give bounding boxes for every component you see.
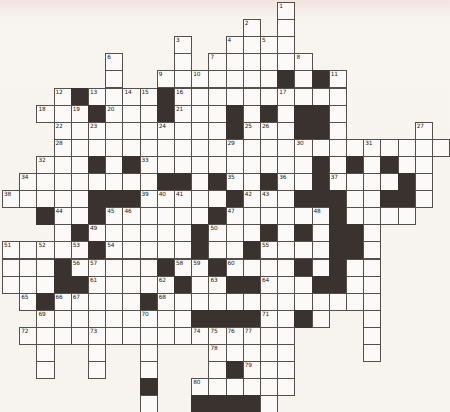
grid-cell-r2c13[interactable]: 4 — [226, 36, 244, 54]
grid-cell-r7c10[interactable] — [174, 122, 192, 140]
grid-cell-r8c16[interactable] — [277, 139, 295, 157]
grid-cell-r8c17[interactable]: 30 — [294, 139, 312, 157]
grid-cell-r8c15[interactable] — [260, 139, 278, 157]
grid-cell-r10c22[interactable] — [380, 173, 398, 191]
grid-cell-r10c16[interactable]: 36 — [277, 173, 295, 191]
grid-cell-r4c17[interactable] — [294, 70, 312, 88]
grid-cell-r4c11[interactable]: 10 — [191, 70, 209, 88]
grid-cell-r9c12[interactable] — [208, 156, 226, 174]
grid-cell-r10c8[interactable] — [140, 173, 158, 191]
grid-cell-r12c6[interactable]: 45 — [105, 207, 123, 225]
grid-cell-r17c5[interactable] — [88, 293, 106, 311]
grid-cell-r2c16[interactable] — [277, 36, 295, 54]
grid-cell-r15c21[interactable] — [363, 259, 381, 277]
grid-cell-r14c12[interactable] — [208, 241, 226, 259]
grid-cell-r17c9[interactable]: 68 — [157, 293, 175, 311]
grid-cell-r6c7[interactable] — [122, 105, 140, 123]
grid-cell-r19c11[interactable]: 74 — [191, 327, 209, 345]
grid-cell-r6c14[interactable] — [243, 105, 261, 123]
grid-cell-r8c12[interactable] — [208, 139, 226, 157]
grid-cell-r15c7[interactable] — [122, 259, 140, 277]
grid-cell-r12c13[interactable]: 47 — [226, 207, 244, 225]
grid-cell-r6c10[interactable]: 21 — [174, 105, 192, 123]
grid-cell-r17c10[interactable] — [174, 293, 192, 311]
grid-cell-r13c9[interactable] — [157, 224, 175, 242]
grid-cell-r14c6[interactable]: 54 — [105, 241, 123, 259]
grid-cell-r20c14[interactable] — [243, 344, 261, 362]
grid-cell-r20c16[interactable] — [277, 344, 295, 362]
grid-cell-r17c13[interactable] — [226, 293, 244, 311]
grid-cell-r9c17[interactable] — [294, 156, 312, 174]
grid-cell-r7c12[interactable] — [208, 122, 226, 140]
grid-cell-r12c22[interactable] — [380, 207, 398, 225]
grid-cell-r7c14[interactable]: 25 — [243, 122, 261, 140]
grid-cell-r13c6[interactable] — [105, 224, 123, 242]
grid-cell-r12c14[interactable] — [243, 207, 261, 225]
grid-cell-r12c17[interactable] — [294, 207, 312, 225]
grid-cell-r23c8[interactable] — [140, 395, 158, 412]
grid-cell-r15c11[interactable]: 59 — [191, 259, 209, 277]
grid-cell-r11c15[interactable]: 43 — [260, 190, 278, 208]
grid-cell-r14c18[interactable] — [312, 241, 330, 259]
grid-cell-r8c8[interactable] — [140, 139, 158, 157]
clue-number-12: 12 — [56, 89, 63, 96]
grid-cell-r9c21[interactable] — [363, 156, 381, 174]
grid-cell-r3c6[interactable]: 6 — [105, 53, 123, 71]
grid-cell-r17c4[interactable]: 67 — [71, 293, 89, 311]
grid-cell-r1c14[interactable]: 2 — [243, 19, 261, 37]
grid-cell-r14c9[interactable] — [157, 241, 175, 259]
grid-cell-r14c13[interactable] — [226, 241, 244, 259]
grid-cell-r21c2[interactable] — [36, 361, 54, 379]
grid-cell-r17c16[interactable] — [277, 293, 295, 311]
grid-cell-r4c6[interactable] — [105, 70, 123, 88]
grid-cell-r9c24[interactable] — [415, 156, 433, 174]
grid-cell-r11c14[interactable]: 42 — [243, 190, 261, 208]
grid-cell-r16c11[interactable] — [191, 276, 209, 294]
grid-cell-r16c12[interactable]: 63 — [208, 276, 226, 294]
grid-cell-r22c13[interactable] — [226, 378, 244, 396]
grid-cell-r2c10[interactable]: 3 — [174, 36, 192, 54]
grid-cell-r13c12[interactable]: 50 — [208, 224, 226, 242]
grid-cell-r3c13[interactable] — [226, 53, 244, 71]
grid-cell-r17c6[interactable] — [105, 293, 123, 311]
grid-cell-r18c21[interactable] — [363, 310, 381, 328]
grid-cell-r9c23[interactable] — [398, 156, 416, 174]
grid-cell-r8c19[interactable] — [329, 139, 347, 157]
grid-cell-r15c10[interactable]: 58 — [174, 259, 192, 277]
grid-cell-r13c18[interactable] — [312, 224, 330, 242]
grid-cell-r11c10[interactable]: 41 — [174, 190, 192, 208]
grid-cell-r18c5[interactable] — [88, 310, 106, 328]
grid-cell-r18c10[interactable] — [174, 310, 192, 328]
grid-cell-r11c2[interactable] — [36, 190, 54, 208]
grid-cell-r17c19[interactable] — [329, 293, 347, 311]
grid-cell-r21c14[interactable]: 79 — [243, 361, 261, 379]
grid-cell-r22c15[interactable] — [260, 378, 278, 396]
grid-cell-r19c21[interactable] — [363, 327, 381, 345]
grid-cell-r8c21[interactable]: 31 — [363, 139, 381, 157]
clue-number-40: 40 — [159, 191, 166, 198]
grid-cell-r13c21[interactable] — [363, 224, 381, 242]
grid-cell-r17c11[interactable] — [191, 293, 209, 311]
grid-cell-r6c11[interactable] — [191, 105, 209, 123]
grid-cell-r15c18[interactable] — [312, 259, 330, 277]
grid-cell-r7c6[interactable] — [105, 122, 123, 140]
grid-cell-r5c12[interactable] — [208, 88, 226, 106]
grid-cell-r13c14[interactable] — [243, 224, 261, 242]
grid-cell-r20c13[interactable] — [226, 344, 244, 362]
grid-cell-r15c13[interactable]: 60 — [226, 259, 244, 277]
grid-cell-r21c15[interactable] — [260, 361, 278, 379]
grid-cell-r12c15[interactable] — [260, 207, 278, 225]
grid-cell-r16c8[interactable] — [140, 276, 158, 294]
grid-cell-r6c6[interactable]: 20 — [105, 105, 123, 123]
grid-cell-r16c1[interactable] — [19, 276, 37, 294]
grid-cell-r21c12[interactable] — [208, 361, 226, 379]
grid-cell-r11c9[interactable]: 40 — [157, 190, 175, 208]
grid-cell-r8c24[interactable] — [415, 139, 433, 157]
grid-cell-r18c9[interactable] — [157, 310, 175, 328]
grid-cell-r22c14[interactable] — [243, 378, 261, 396]
grid-cell-r17c18[interactable] — [312, 293, 330, 311]
grid-cell-r12c10[interactable] — [174, 207, 192, 225]
grid-cell-r10c20[interactable] — [346, 173, 364, 191]
grid-cell-r19c15[interactable] — [260, 327, 278, 345]
grid-cell-r7c24[interactable]: 27 — [415, 122, 433, 140]
grid-cell-r8c23[interactable] — [398, 139, 416, 157]
grid-cell-r7c4[interactable] — [71, 122, 89, 140]
grid-cell-r19c3[interactable] — [54, 327, 72, 345]
grid-cell-r11c12[interactable] — [208, 190, 226, 208]
grid-cell-r8c13[interactable]: 29 — [226, 139, 244, 157]
grid-cell-r1c16[interactable] — [277, 19, 295, 37]
grid-cell-r5c7[interactable]: 14 — [122, 88, 140, 106]
grid-cell-r5c8[interactable]: 15 — [140, 88, 158, 106]
grid-cell-r4c9[interactable]: 9 — [157, 70, 175, 88]
grid-cell-r16c7[interactable] — [122, 276, 140, 294]
grid-cell-r8c22[interactable] — [380, 139, 398, 157]
grid-cell-r9c3[interactable] — [54, 156, 72, 174]
grid-cell-r20c21[interactable] — [363, 344, 381, 362]
grid-cell-r8c25[interactable] — [432, 139, 450, 157]
grid-cell-r14c10[interactable] — [174, 241, 192, 259]
grid-cell-r17c12[interactable] — [208, 293, 226, 311]
grid-cell-r7c16[interactable] — [277, 122, 295, 140]
grid-cell-r6c19[interactable] — [329, 105, 347, 123]
grid-cell-r7c15[interactable]: 26 — [260, 122, 278, 140]
grid-cell-r17c3[interactable]: 66 — [54, 293, 72, 311]
grid-cell-r10c11[interactable] — [191, 173, 209, 191]
grid-cell-r3c16[interactable] — [277, 53, 295, 71]
grid-cell-r8c4[interactable] — [71, 139, 89, 157]
grid-cell-r9c10[interactable] — [174, 156, 192, 174]
grid-cell-r15c1[interactable] — [19, 259, 37, 277]
grid-cell-r19c10[interactable] — [174, 327, 192, 345]
grid-cell-r3c10[interactable] — [174, 53, 192, 71]
grid-cell-r8c7[interactable] — [122, 139, 140, 157]
grid-cell-r20c5[interactable] — [88, 344, 106, 362]
black-square-r11c18 — [312, 190, 330, 208]
grid-cell-r12c21[interactable] — [363, 207, 381, 225]
grid-cell-r19c9[interactable] — [157, 327, 175, 345]
grid-cell-r3c15[interactable] — [260, 53, 278, 71]
grid-cell-r7c8[interactable] — [140, 122, 158, 140]
grid-cell-r10c4[interactable] — [71, 173, 89, 191]
grid-cell-r14c2[interactable]: 52 — [36, 241, 54, 259]
grid-cell-r14c3[interactable] — [54, 241, 72, 259]
grid-cell-r19c1[interactable]: 72 — [19, 327, 37, 345]
grid-cell-r5c18[interactable] — [312, 88, 330, 106]
grid-cell-r4c10[interactable] — [174, 70, 192, 88]
grid-cell-r7c9[interactable]: 24 — [157, 122, 175, 140]
grid-cell-r17c21[interactable] — [363, 293, 381, 311]
grid-cell-r10c21[interactable] — [363, 173, 381, 191]
grid-cell-r2c15[interactable]: 5 — [260, 36, 278, 54]
grid-cell-r15c20[interactable] — [346, 259, 364, 277]
grid-cell-r9c16[interactable] — [277, 156, 295, 174]
grid-cell-r9c2[interactable]: 32 — [36, 156, 54, 174]
grid-cell-r3c12[interactable]: 7 — [208, 53, 226, 71]
grid-cell-r12c16[interactable] — [277, 207, 295, 225]
grid-cell-r12c20[interactable] — [346, 207, 364, 225]
grid-cell-r4c14[interactable] — [243, 70, 261, 88]
grid-cell-r18c18[interactable] — [312, 310, 330, 328]
grid-cell-r18c16[interactable] — [277, 310, 295, 328]
grid-cell-r12c9[interactable] — [157, 207, 175, 225]
grid-cell-r2c14[interactable] — [243, 36, 261, 54]
grid-cell-r20c8[interactable] — [140, 344, 158, 362]
grid-cell-r6c4[interactable]: 19 — [71, 105, 89, 123]
grid-cell-r18c7[interactable] — [122, 310, 140, 328]
grid-cell-r22c16[interactable] — [277, 378, 295, 396]
grid-cell-r0c16[interactable]: 1 — [277, 2, 295, 20]
grid-cell-r16c5[interactable]: 61 — [88, 276, 106, 294]
grid-cell-r14c8[interactable] — [140, 241, 158, 259]
grid-cell-r13c16[interactable] — [277, 224, 295, 242]
grid-cell-r17c20[interactable] — [346, 293, 364, 311]
grid-cell-r10c13[interactable]: 35 — [226, 173, 244, 191]
grid-cell-r12c18[interactable]: 48 — [312, 207, 330, 225]
grid-cell-r18c8[interactable]: 70 — [140, 310, 158, 328]
grid-cell-r14c15[interactable]: 55 — [260, 241, 278, 259]
grid-cell-r18c6[interactable] — [105, 310, 123, 328]
grid-cell-r17c7[interactable] — [122, 293, 140, 311]
grid-cell-r8c9[interactable] — [157, 139, 175, 157]
grid-cell-r14c0[interactable]: 51 — [2, 241, 20, 259]
grid-cell-r18c3[interactable] — [54, 310, 72, 328]
grid-cell-r20c15[interactable] — [260, 344, 278, 362]
grid-cell-r19c6[interactable] — [105, 327, 123, 345]
grid-cell-r8c14[interactable] — [243, 139, 261, 157]
grid-cell-r5c14[interactable] — [243, 88, 261, 106]
grid-cell-r17c1[interactable]: 65 — [19, 293, 37, 311]
grid-cell-r8c5[interactable] — [88, 139, 106, 157]
grid-cell-r10c1[interactable]: 34 — [19, 173, 37, 191]
grid-cell-r16c6[interactable] — [105, 276, 123, 294]
grid-cell-r21c8[interactable] — [140, 361, 158, 379]
grid-cell-r3c14[interactable] — [243, 53, 261, 71]
grid-cell-r17c14[interactable] — [243, 293, 261, 311]
grid-cell-r5c19[interactable] — [329, 88, 347, 106]
grid-cell-r13c8[interactable] — [140, 224, 158, 242]
grid-cell-r12c7[interactable]: 46 — [122, 207, 140, 225]
grid-cell-r9c13[interactable] — [226, 156, 244, 174]
black-square-r10c18 — [312, 173, 330, 191]
grid-cell-r8c6[interactable] — [105, 139, 123, 157]
grid-cell-r16c16[interactable] — [277, 276, 295, 294]
grid-cell-r10c6[interactable] — [105, 173, 123, 191]
grid-cell-r16c0[interactable] — [2, 276, 20, 294]
grid-cell-r22c12[interactable] — [208, 378, 226, 396]
grid-cell-r12c3[interactable]: 44 — [54, 207, 72, 225]
grid-cell-r15c15[interactable] — [260, 259, 278, 277]
grid-cell-r19c7[interactable] — [122, 327, 140, 345]
grid-cell-r11c8[interactable]: 39 — [140, 190, 158, 208]
grid-cell-r5c15[interactable] — [260, 88, 278, 106]
grid-cell-r13c13[interactable] — [226, 224, 244, 242]
grid-cell-r4c13[interactable] — [226, 70, 244, 88]
grid-cell-r19c13[interactable]: 76 — [226, 327, 244, 345]
grid-cell-r11c1[interactable] — [19, 190, 37, 208]
grid-cell-r12c8[interactable] — [140, 207, 158, 225]
grid-cell-r3c17[interactable]: 8 — [294, 53, 312, 71]
grid-cell-r6c3[interactable] — [54, 105, 72, 123]
grid-cell-r7c3[interactable]: 22 — [54, 122, 72, 140]
grid-cell-r13c10[interactable] — [174, 224, 192, 242]
grid-cell-r7c7[interactable] — [122, 122, 140, 140]
grid-cell-r6c2[interactable]: 18 — [36, 105, 54, 123]
grid-cell-r7c11[interactable] — [191, 122, 209, 140]
grid-cell-r4c19[interactable]: 11 — [329, 70, 347, 88]
grid-cell-r8c11[interactable] — [191, 139, 209, 157]
grid-cell-r6c8[interactable] — [140, 105, 158, 123]
grid-cell-r11c16[interactable] — [277, 190, 295, 208]
grid-cell-r11c21[interactable] — [363, 190, 381, 208]
grid-cell-r9c19[interactable] — [329, 156, 347, 174]
grid-cell-r19c14[interactable]: 77 — [243, 327, 261, 345]
grid-cell-r21c5[interactable] — [88, 361, 106, 379]
grid-cell-r10c14[interactable] — [243, 173, 261, 191]
grid-cell-r9c15[interactable] — [260, 156, 278, 174]
grid-cell-r15c5[interactable]: 57 — [88, 259, 106, 277]
grid-cell-r22c11[interactable]: 80 — [191, 378, 209, 396]
grid-cell-r4c15[interactable] — [260, 70, 278, 88]
grid-cell-r16c17[interactable] — [294, 276, 312, 294]
grid-cell-r10c24[interactable] — [415, 173, 433, 191]
grid-cell-r10c5[interactable] — [88, 173, 106, 191]
grid-cell-r6c16[interactable] — [277, 105, 295, 123]
grid-cell-r19c16[interactable] — [277, 327, 295, 345]
grid-cell-r15c14[interactable] — [243, 259, 261, 277]
grid-cell-r17c15[interactable] — [260, 293, 278, 311]
grid-cell-r9c11[interactable] — [191, 156, 209, 174]
grid-cell-r16c20[interactable] — [346, 276, 364, 294]
grid-cell-r13c3[interactable] — [54, 224, 72, 242]
grid-cell-r10c7[interactable] — [122, 173, 140, 191]
grid-cell-r14c21[interactable] — [363, 241, 381, 259]
grid-cell-r11c11[interactable] — [191, 190, 209, 208]
grid-cell-r14c4[interactable]: 53 — [71, 241, 89, 259]
grid-cell-r8c10[interactable] — [174, 139, 192, 157]
grid-cell-r15c8[interactable] — [140, 259, 158, 277]
grid-cell-r11c20[interactable] — [346, 190, 364, 208]
grid-cell-r19c4[interactable] — [71, 327, 89, 345]
grid-cell-r9c4[interactable] — [71, 156, 89, 174]
grid-cell-r6c12[interactable] — [208, 105, 226, 123]
grid-cell-r5c5[interactable]: 13 — [88, 88, 106, 106]
grid-cell-r14c7[interactable] — [122, 241, 140, 259]
grid-cell-r11c4[interactable] — [71, 190, 89, 208]
grid-cell-r5c10[interactable]: 16 — [174, 88, 192, 106]
grid-cell-r19c12[interactable]: 75 — [208, 327, 226, 345]
grid-cell-r13c7[interactable] — [122, 224, 140, 242]
grid-cell-r10c3[interactable] — [54, 173, 72, 191]
grid-cell-r12c4[interactable] — [71, 207, 89, 225]
grid-cell-r18c4[interactable] — [71, 310, 89, 328]
grid-cell-r14c17[interactable] — [294, 241, 312, 259]
grid-cell-r9c8[interactable]: 33 — [140, 156, 158, 174]
grid-cell-r11c3[interactable] — [54, 190, 72, 208]
grid-cell-r21c16[interactable] — [277, 361, 295, 379]
grid-cell-r10c17[interactable] — [294, 173, 312, 191]
grid-cell-r23c15[interactable] — [260, 395, 278, 412]
grid-cell-r16c9[interactable]: 62 — [157, 276, 175, 294]
grid-cell-r18c15[interactable]: 71 — [260, 310, 278, 328]
grid-cell-r7c5[interactable]: 23 — [88, 122, 106, 140]
grid-cell-r16c21[interactable] — [363, 276, 381, 294]
grid-cell-r9c6[interactable] — [105, 156, 123, 174]
grid-cell-r13c5[interactable]: 49 — [88, 224, 106, 242]
grid-cell-r8c18[interactable] — [312, 139, 330, 157]
grid-cell-r15c6[interactable] — [105, 259, 123, 277]
grid-cell-r9c14[interactable] — [243, 156, 261, 174]
grid-cell-r14c16[interactable] — [277, 241, 295, 259]
grid-cell-r12c23[interactable] — [398, 207, 416, 225]
grid-cell-r4c12[interactable] — [208, 70, 226, 88]
grid-cell-r14c1[interactable] — [19, 241, 37, 259]
grid-cell-r15c4[interactable]: 56 — [71, 259, 89, 277]
grid-cell-r11c0[interactable]: 38 — [2, 190, 20, 208]
grid-cell-r10c2[interactable] — [36, 173, 54, 191]
grid-cell-r8c20[interactable] — [346, 139, 364, 157]
grid-cell-r11c24[interactable] — [415, 190, 433, 208]
grid-cell-r19c2[interactable] — [36, 327, 54, 345]
grid-cell-r12c11[interactable] — [191, 207, 209, 225]
grid-cell-r16c2[interactable] — [36, 276, 54, 294]
grid-cell-r19c5[interactable]: 73 — [88, 327, 106, 345]
grid-cell-r15c16[interactable] — [277, 259, 295, 277]
grid-cell-r8c3[interactable]: 28 — [54, 139, 72, 157]
grid-cell-r5c17[interactable] — [294, 88, 312, 106]
grid-cell-r5c16[interactable]: 17 — [277, 88, 295, 106]
grid-cell-r18c2[interactable]: 69 — [36, 310, 54, 328]
grid-cell-r20c12[interactable]: 78 — [208, 344, 226, 362]
grid-cell-r5c13[interactable] — [226, 88, 244, 106]
grid-cell-r5c3[interactable]: 12 — [54, 88, 72, 106]
grid-cell-r5c11[interactable] — [191, 88, 209, 106]
grid-cell-r5c6[interactable] — [105, 88, 123, 106]
grid-cell-r10c19[interactable]: 37 — [329, 173, 347, 191]
grid-cell-r17c17[interactable] — [294, 293, 312, 311]
grid-cell-r19c8[interactable] — [140, 327, 158, 345]
grid-cell-r20c2[interactable] — [36, 344, 54, 362]
grid-cell-r16c15[interactable]: 64 — [260, 276, 278, 294]
grid-cell-r15c2[interactable] — [36, 259, 54, 277]
grid-cell-r15c0[interactable] — [2, 259, 20, 277]
grid-cell-r7c19[interactable] — [329, 122, 347, 140]
grid-cell-r9c9[interactable] — [157, 156, 175, 174]
